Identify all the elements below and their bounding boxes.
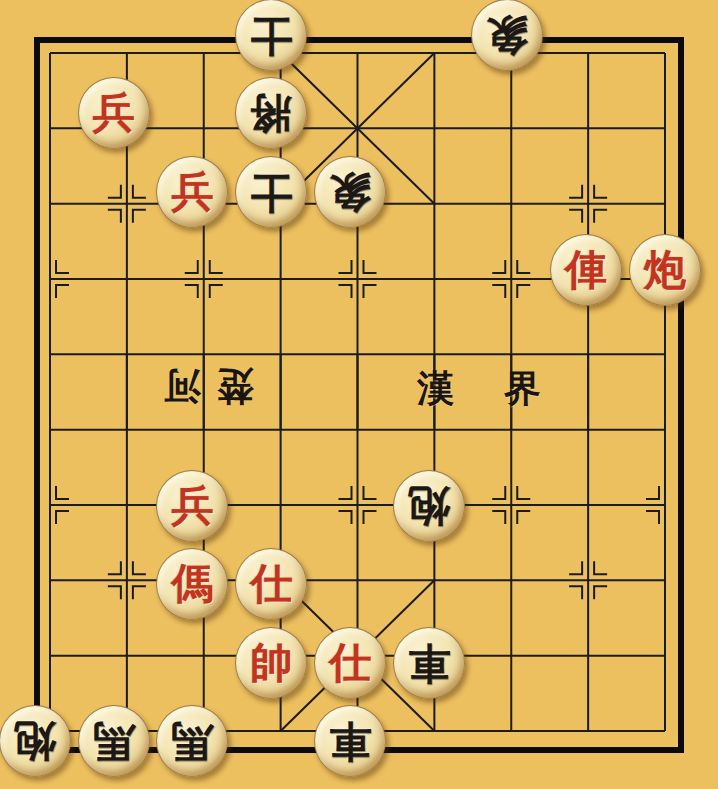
red-chariot-glyph: 俥: [565, 249, 607, 291]
point-e2[interactable]: 仕: [311, 623, 390, 701]
piece-red-advisor-e2[interactable]: 仕: [314, 627, 386, 699]
piece-black-advisor-d10[interactable]: 士: [235, 0, 307, 71]
point-d1[interactable]: [232, 702, 311, 780]
point-c9[interactable]: [153, 74, 232, 152]
point-i3[interactable]: [626, 545, 705, 623]
piece-red-soldier-b9[interactable]: 兵: [78, 77, 150, 149]
point-c10[interactable]: [153, 0, 232, 74]
black-elephant-glyph: 象: [329, 171, 371, 213]
black-elephant-glyph: 象: [486, 14, 528, 56]
point-c2[interactable]: [153, 623, 232, 701]
point-d2[interactable]: 帥: [232, 623, 311, 701]
point-b4[interactable]: [74, 466, 153, 544]
point-b2[interactable]: [74, 623, 153, 701]
point-f4[interactable]: 炮: [389, 466, 468, 544]
red-cannon-glyph: 炮: [644, 249, 686, 291]
black-chariot-glyph: 車: [408, 642, 450, 684]
point-h1[interactable]: [547, 702, 626, 780]
point-g1[interactable]: [468, 702, 547, 780]
black-cannon-glyph: 炮: [408, 485, 450, 527]
point-i9[interactable]: [626, 74, 705, 152]
black-general-glyph: 將: [250, 92, 292, 134]
point-e4[interactable]: [311, 466, 390, 544]
point-h8[interactable]: [547, 153, 626, 231]
point-b1[interactable]: 馬: [74, 702, 153, 780]
point-g3[interactable]: [468, 545, 547, 623]
red-advisor-glyph: 仕: [250, 563, 292, 605]
piece-black-chariot-f2[interactable]: 車: [393, 627, 465, 699]
point-b5[interactable]: [74, 388, 153, 466]
point-f3[interactable]: [389, 545, 468, 623]
point-d6[interactable]: [232, 310, 311, 388]
point-a8[interactable]: [0, 153, 74, 231]
piece-red-soldier-c4[interactable]: 兵: [156, 470, 228, 542]
point-g9[interactable]: [468, 74, 547, 152]
point-f6[interactable]: [389, 310, 468, 388]
xiangqi-board: 楚河 漢界 士象兵將兵士象俥炮兵炮傌仕帥仕車炮馬馬車: [0, 0, 718, 789]
point-f1[interactable]: [389, 702, 468, 780]
point-b8[interactable]: [74, 153, 153, 231]
point-c6[interactable]: [153, 310, 232, 388]
point-a1[interactable]: 炮: [0, 702, 74, 780]
point-h6[interactable]: [547, 310, 626, 388]
piece-black-cannon-f4[interactable]: 炮: [393, 470, 465, 542]
point-f5[interactable]: [389, 388, 468, 466]
point-e3[interactable]: [311, 545, 390, 623]
point-f10[interactable]: [389, 0, 468, 74]
point-a6[interactable]: [0, 310, 74, 388]
point-i7[interactable]: 炮: [626, 231, 705, 309]
point-a3[interactable]: [0, 545, 74, 623]
point-h10[interactable]: [547, 0, 626, 74]
piece-red-horse-c3[interactable]: 傌: [156, 548, 228, 620]
board-intersections: 士象兵將兵士象俥炮兵炮傌仕帥仕車炮馬馬車: [0, 0, 704, 780]
black-horse-glyph: 馬: [171, 720, 213, 762]
piece-black-general-d9[interactable]: 將: [235, 77, 307, 149]
point-i1[interactable]: [626, 702, 705, 780]
point-e7[interactable]: [311, 231, 390, 309]
point-f9[interactable]: [389, 74, 468, 152]
point-e8[interactable]: 象: [311, 153, 390, 231]
point-g10[interactable]: 象: [468, 0, 547, 74]
point-a4[interactable]: [0, 466, 74, 544]
piece-red-soldier-c8[interactable]: 兵: [156, 156, 228, 228]
point-d10[interactable]: 士: [232, 0, 311, 74]
point-g8[interactable]: [468, 153, 547, 231]
point-i10[interactable]: [626, 0, 705, 74]
point-f7[interactable]: [389, 231, 468, 309]
black-advisor-glyph: 士: [250, 171, 292, 213]
point-b7[interactable]: [74, 231, 153, 309]
piece-black-chariot-e1[interactable]: 車: [314, 705, 386, 777]
piece-black-horse-c1[interactable]: 馬: [156, 705, 228, 777]
black-horse-glyph: 馬: [93, 720, 135, 762]
point-i8[interactable]: [626, 153, 705, 231]
point-d8[interactable]: 士: [232, 153, 311, 231]
black-cannon-glyph: 炮: [14, 720, 56, 762]
piece-black-elephant-e8[interactable]: 象: [314, 156, 386, 228]
point-h4[interactable]: [547, 466, 626, 544]
point-a5[interactable]: [0, 388, 74, 466]
point-g2[interactable]: [468, 623, 547, 701]
point-d3[interactable]: 仕: [232, 545, 311, 623]
red-soldier-glyph: 兵: [171, 171, 213, 213]
point-e9[interactable]: [311, 74, 390, 152]
red-soldier-glyph: 兵: [171, 485, 213, 527]
point-d4[interactable]: [232, 466, 311, 544]
point-c5[interactable]: [153, 388, 232, 466]
red-advisor-glyph: 仕: [329, 642, 371, 684]
point-a10[interactable]: [0, 0, 74, 74]
point-c3[interactable]: 傌: [153, 545, 232, 623]
point-a2[interactable]: [0, 623, 74, 701]
point-e6[interactable]: [311, 310, 390, 388]
point-i4[interactable]: [626, 466, 705, 544]
point-h3[interactable]: [547, 545, 626, 623]
piece-black-advisor-d8[interactable]: 士: [235, 156, 307, 228]
point-i6[interactable]: [626, 310, 705, 388]
red-horse-glyph: 傌: [171, 563, 213, 605]
point-g4[interactable]: [468, 466, 547, 544]
point-g7[interactable]: [468, 231, 547, 309]
point-h2[interactable]: [547, 623, 626, 701]
red-soldier-glyph: 兵: [93, 92, 135, 134]
point-e1[interactable]: 車: [311, 702, 390, 780]
piece-black-cannon-a1[interactable]: 炮: [0, 705, 71, 777]
piece-black-horse-b1[interactable]: 馬: [78, 705, 150, 777]
point-i2[interactable]: [626, 623, 705, 701]
piece-red-chariot-h7[interactable]: 俥: [550, 234, 622, 306]
point-a9[interactable]: [0, 74, 74, 152]
point-c4[interactable]: 兵: [153, 466, 232, 544]
point-f2[interactable]: 車: [389, 623, 468, 701]
point-d9[interactable]: 將: [232, 74, 311, 152]
point-b3[interactable]: [74, 545, 153, 623]
red-general-glyph: 帥: [250, 642, 292, 684]
piece-red-cannon-i7[interactable]: 炮: [629, 234, 701, 306]
piece-red-advisor-d3[interactable]: 仕: [235, 548, 307, 620]
point-d7[interactable]: [232, 231, 311, 309]
point-g6[interactable]: [468, 310, 547, 388]
point-b6[interactable]: [74, 310, 153, 388]
piece-red-general-d2[interactable]: 帥: [235, 627, 307, 699]
point-h9[interactable]: [547, 74, 626, 152]
point-a7[interactable]: [0, 231, 74, 309]
point-i5[interactable]: [626, 388, 705, 466]
point-b10[interactable]: [74, 0, 153, 74]
point-h7[interactable]: 俥: [547, 231, 626, 309]
point-h5[interactable]: [547, 388, 626, 466]
point-c8[interactable]: 兵: [153, 153, 232, 231]
point-e10[interactable]: [311, 0, 390, 74]
point-e5[interactable]: [311, 388, 390, 466]
point-d5[interactable]: [232, 388, 311, 466]
black-chariot-glyph: 車: [329, 720, 371, 762]
point-f8[interactable]: [389, 153, 468, 231]
point-c7[interactable]: [153, 231, 232, 309]
point-g5[interactable]: [468, 388, 547, 466]
piece-black-elephant-g10[interactable]: 象: [471, 0, 543, 71]
point-c1[interactable]: 馬: [153, 702, 232, 780]
point-b9[interactable]: 兵: [74, 74, 153, 152]
black-advisor-glyph: 士: [250, 14, 292, 56]
